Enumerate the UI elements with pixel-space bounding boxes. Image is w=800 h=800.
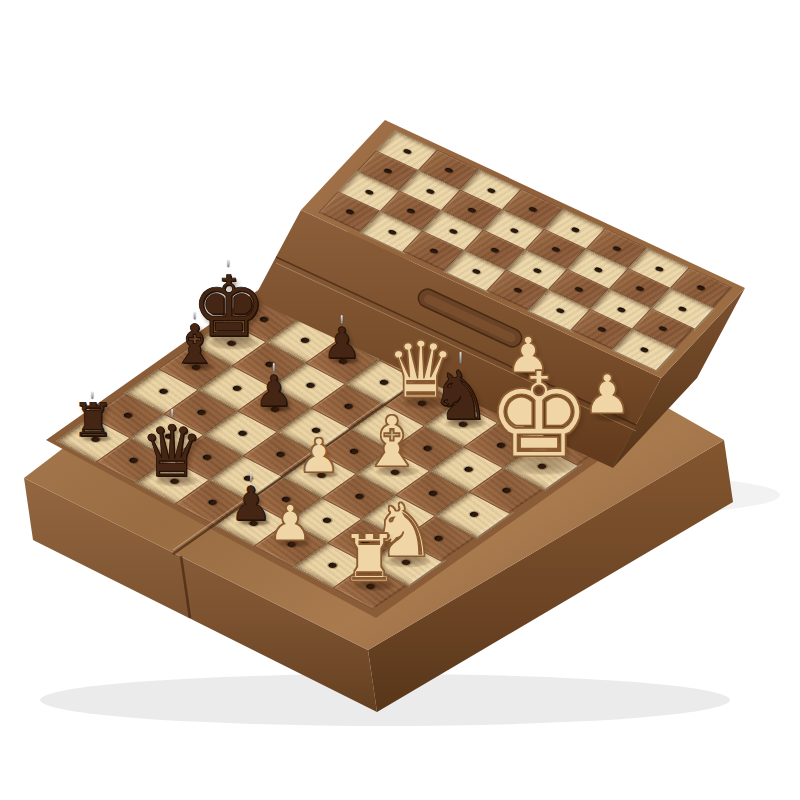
closed-lid-box [0,0,800,800]
scene: Overhead-angle product photo of a foldin… [0,0,800,800]
